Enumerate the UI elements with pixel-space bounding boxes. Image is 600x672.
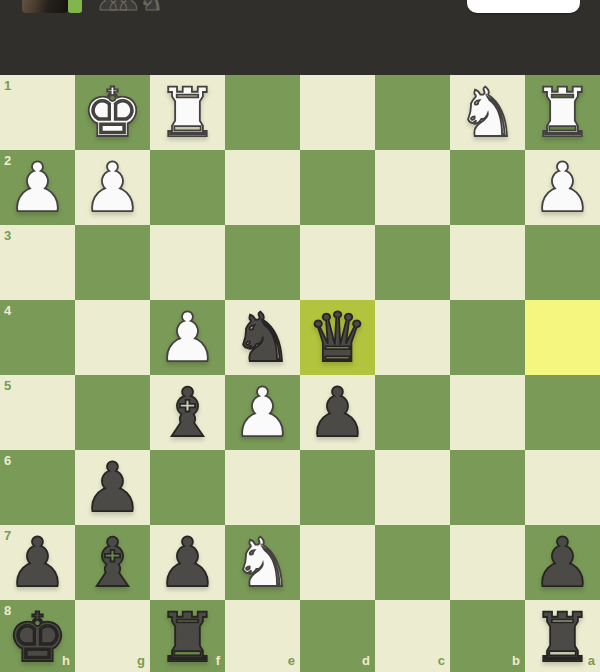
- square-f8[interactable]: f♜: [150, 600, 225, 672]
- piece-black-queen[interactable]: ♛: [300, 300, 375, 375]
- square-c1[interactable]: [375, 75, 450, 150]
- square-c4[interactable]: [375, 300, 450, 375]
- square-a4[interactable]: [525, 300, 600, 375]
- square-f3[interactable]: [150, 225, 225, 300]
- square-d2[interactable]: [300, 150, 375, 225]
- square-f4[interactable]: ♟: [150, 300, 225, 375]
- square-h3[interactable]: 3: [0, 225, 75, 300]
- notification-card[interactable]: [467, 0, 580, 13]
- piece-black-king[interactable]: ♚: [0, 600, 75, 672]
- piece-white-knight[interactable]: ♞: [450, 75, 525, 150]
- piece-white-knight[interactable]: ♞: [225, 525, 300, 600]
- square-h4[interactable]: 4: [0, 300, 75, 375]
- square-d1[interactable]: [300, 75, 375, 150]
- square-b4[interactable]: [450, 300, 525, 375]
- square-c6[interactable]: [375, 450, 450, 525]
- file-label-c: c: [438, 654, 445, 667]
- square-e1[interactable]: [225, 75, 300, 150]
- piece-white-pawn[interactable]: ♟: [150, 300, 225, 375]
- square-g2[interactable]: ♟: [75, 150, 150, 225]
- square-b2[interactable]: [450, 150, 525, 225]
- square-b1[interactable]: ♞: [450, 75, 525, 150]
- square-f7[interactable]: ♟: [150, 525, 225, 600]
- square-c3[interactable]: [375, 225, 450, 300]
- square-a5[interactable]: [525, 375, 600, 450]
- square-h2[interactable]: 2♟: [0, 150, 75, 225]
- square-g5[interactable]: [75, 375, 150, 450]
- square-b8[interactable]: b: [450, 600, 525, 672]
- opponent-header: ♟♟♟ ♞: [0, 0, 600, 75]
- square-e8[interactable]: e: [225, 600, 300, 672]
- square-e4[interactable]: ♞: [225, 300, 300, 375]
- rank-label-6: 6: [4, 454, 11, 467]
- square-g6[interactable]: ♟: [75, 450, 150, 525]
- piece-white-rook[interactable]: ♜: [525, 75, 600, 150]
- square-g8[interactable]: g: [75, 600, 150, 672]
- square-e2[interactable]: [225, 150, 300, 225]
- square-h8[interactable]: 8h♚: [0, 600, 75, 672]
- square-b3[interactable]: [450, 225, 525, 300]
- piece-white-king[interactable]: ♚: [75, 75, 150, 150]
- square-a7[interactable]: ♟: [525, 525, 600, 600]
- piece-black-bishop[interactable]: ♝: [150, 375, 225, 450]
- square-b7[interactable]: [450, 525, 525, 600]
- square-h6[interactable]: 6: [0, 450, 75, 525]
- square-a8[interactable]: a♜: [525, 600, 600, 672]
- square-c7[interactable]: [375, 525, 450, 600]
- piece-white-pawn[interactable]: ♟: [225, 375, 300, 450]
- file-label-d: d: [362, 654, 370, 667]
- square-e3[interactable]: [225, 225, 300, 300]
- square-g3[interactable]: [75, 225, 150, 300]
- file-label-b: b: [512, 654, 520, 667]
- square-g7[interactable]: ♝: [75, 525, 150, 600]
- piece-black-pawn[interactable]: ♟: [300, 375, 375, 450]
- square-c5[interactable]: [375, 375, 450, 450]
- square-d7[interactable]: [300, 525, 375, 600]
- square-f1[interactable]: ♜: [150, 75, 225, 150]
- square-g4[interactable]: [75, 300, 150, 375]
- file-label-g: g: [137, 654, 145, 667]
- square-a1[interactable]: ♜: [525, 75, 600, 150]
- rank-label-3: 3: [4, 229, 11, 242]
- online-status-badge: [68, 0, 82, 13]
- piece-white-pawn[interactable]: ♟: [0, 150, 75, 225]
- piece-white-rook[interactable]: ♜: [150, 75, 225, 150]
- square-f6[interactable]: [150, 450, 225, 525]
- piece-black-pawn[interactable]: ♟: [0, 525, 75, 600]
- chess-board: 1♚♜♞♜2♟♟♟34♟♞♛5♝♟♟6♟7♟♝♟♞♟8h♚gf♜edcba♜: [0, 75, 600, 672]
- square-c2[interactable]: [375, 150, 450, 225]
- captured-knight-icon: ♞: [139, 0, 163, 14]
- piece-black-rook[interactable]: ♜: [525, 600, 600, 672]
- piece-black-pawn[interactable]: ♟: [150, 525, 225, 600]
- square-d6[interactable]: [300, 450, 375, 525]
- piece-black-rook[interactable]: ♜: [150, 600, 225, 672]
- square-a3[interactable]: [525, 225, 600, 300]
- rank-label-5: 5: [4, 379, 11, 392]
- square-f5[interactable]: ♝: [150, 375, 225, 450]
- rank-label-1: 1: [4, 79, 11, 92]
- square-h5[interactable]: 5: [0, 375, 75, 450]
- rank-label-4: 4: [4, 304, 11, 317]
- square-d4[interactable]: ♛: [300, 300, 375, 375]
- square-f2[interactable]: [150, 150, 225, 225]
- square-d8[interactable]: d: [300, 600, 375, 672]
- square-h7[interactable]: 7♟: [0, 525, 75, 600]
- piece-black-pawn[interactable]: ♟: [75, 450, 150, 525]
- square-a6[interactable]: [525, 450, 600, 525]
- piece-white-pawn[interactable]: ♟: [75, 150, 150, 225]
- square-h1[interactable]: 1: [0, 75, 75, 150]
- piece-black-pawn[interactable]: ♟: [525, 525, 600, 600]
- square-b5[interactable]: [450, 375, 525, 450]
- square-b6[interactable]: [450, 450, 525, 525]
- file-label-e: e: [288, 654, 295, 667]
- square-d5[interactable]: ♟: [300, 375, 375, 450]
- square-e6[interactable]: [225, 450, 300, 525]
- app-screen: ♟♟♟ ♞ 1♚♜♞♜2♟♟♟34♟♞♛5♝♟♟6♟7♟♝♟♞♟8h♚gf♜ed…: [0, 0, 600, 672]
- square-e7[interactable]: ♞: [225, 525, 300, 600]
- square-c8[interactable]: c: [375, 600, 450, 672]
- opponent-avatar[interactable]: [22, 0, 68, 13]
- captured-pawns-icon: ♟♟♟: [96, 0, 127, 14]
- square-e5[interactable]: ♟: [225, 375, 300, 450]
- piece-black-bishop[interactable]: ♝: [75, 525, 150, 600]
- piece-black-knight[interactable]: ♞: [225, 300, 300, 375]
- piece-white-pawn[interactable]: ♟: [525, 150, 600, 225]
- square-a2[interactable]: ♟: [525, 150, 600, 225]
- square-g1[interactable]: ♚: [75, 75, 150, 150]
- square-d3[interactable]: [300, 225, 375, 300]
